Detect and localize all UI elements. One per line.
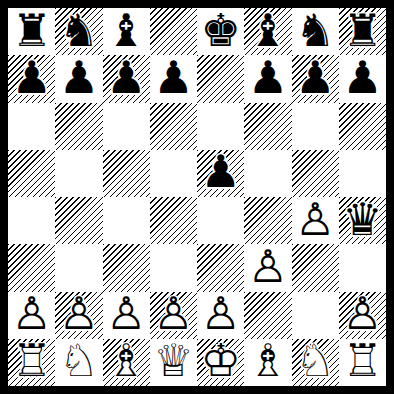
square-a4[interactable] <box>8 197 55 244</box>
square-c6[interactable] <box>103 103 150 150</box>
square-e7[interactable] <box>197 55 244 102</box>
square-c7[interactable] <box>103 55 150 102</box>
square-a2[interactable] <box>8 292 55 339</box>
square-e4[interactable] <box>197 197 244 244</box>
piece-black-rook[interactable] <box>339 8 386 55</box>
square-e1[interactable] <box>197 339 244 386</box>
square-f7[interactable] <box>244 55 291 102</box>
square-f1[interactable] <box>244 339 291 386</box>
square-a1[interactable] <box>8 339 55 386</box>
piece-black-king[interactable] <box>197 8 244 55</box>
piece-white-pawn[interactable] <box>55 292 102 339</box>
piece-white-rook[interactable] <box>8 339 55 386</box>
square-d7[interactable] <box>150 55 197 102</box>
square-g5[interactable] <box>292 150 339 197</box>
piece-black-pawn[interactable] <box>55 55 102 102</box>
piece-black-pawn[interactable] <box>339 55 386 102</box>
square-a6[interactable] <box>8 103 55 150</box>
square-b4[interactable] <box>55 197 102 244</box>
piece-white-knight[interactable] <box>55 339 102 386</box>
square-f8[interactable] <box>244 8 291 55</box>
piece-black-pawn[interactable] <box>244 55 291 102</box>
square-f5[interactable] <box>244 150 291 197</box>
square-a5[interactable] <box>8 150 55 197</box>
square-g6[interactable] <box>292 103 339 150</box>
square-h2[interactable] <box>339 292 386 339</box>
square-a3[interactable] <box>8 244 55 291</box>
piece-black-bishop[interactable] <box>103 8 150 55</box>
square-h1[interactable] <box>339 339 386 386</box>
square-h3[interactable] <box>339 244 386 291</box>
square-d5[interactable] <box>150 150 197 197</box>
square-b2[interactable] <box>55 292 102 339</box>
square-d2[interactable] <box>150 292 197 339</box>
piece-white-pawn[interactable] <box>292 197 339 244</box>
piece-white-knight[interactable] <box>292 339 339 386</box>
square-d8[interactable] <box>150 8 197 55</box>
piece-white-rook[interactable] <box>339 339 386 386</box>
square-f2[interactable] <box>244 292 291 339</box>
piece-black-pawn[interactable] <box>103 55 150 102</box>
square-h7[interactable] <box>339 55 386 102</box>
piece-white-pawn[interactable] <box>8 292 55 339</box>
chess-board <box>8 8 386 386</box>
square-d4[interactable] <box>150 197 197 244</box>
square-g4[interactable] <box>292 197 339 244</box>
square-c4[interactable] <box>103 197 150 244</box>
piece-black-pawn[interactable] <box>150 55 197 102</box>
square-e5[interactable] <box>197 150 244 197</box>
piece-black-queen[interactable] <box>339 197 386 244</box>
square-a7[interactable] <box>8 55 55 102</box>
piece-white-pawn[interactable] <box>103 292 150 339</box>
piece-white-king[interactable] <box>197 339 244 386</box>
square-g2[interactable] <box>292 292 339 339</box>
square-f4[interactable] <box>244 197 291 244</box>
square-g8[interactable] <box>292 8 339 55</box>
piece-black-pawn[interactable] <box>197 150 244 197</box>
piece-black-bishop[interactable] <box>244 8 291 55</box>
square-b5[interactable] <box>55 150 102 197</box>
square-e6[interactable] <box>197 103 244 150</box>
square-b7[interactable] <box>55 55 102 102</box>
square-c5[interactable] <box>103 150 150 197</box>
square-f6[interactable] <box>244 103 291 150</box>
square-b1[interactable] <box>55 339 102 386</box>
square-e2[interactable] <box>197 292 244 339</box>
square-c1[interactable] <box>103 339 150 386</box>
square-d1[interactable] <box>150 339 197 386</box>
piece-white-pawn[interactable] <box>150 292 197 339</box>
board-frame <box>0 0 394 394</box>
square-b8[interactable] <box>55 8 102 55</box>
square-b6[interactable] <box>55 103 102 150</box>
square-h8[interactable] <box>339 8 386 55</box>
piece-black-knight[interactable] <box>292 8 339 55</box>
square-b3[interactable] <box>55 244 102 291</box>
square-h4[interactable] <box>339 197 386 244</box>
square-h6[interactable] <box>339 103 386 150</box>
square-c3[interactable] <box>103 244 150 291</box>
piece-white-pawn[interactable] <box>339 292 386 339</box>
square-h5[interactable] <box>339 150 386 197</box>
square-c8[interactable] <box>103 8 150 55</box>
square-e3[interactable] <box>197 244 244 291</box>
piece-white-bishop[interactable] <box>103 339 150 386</box>
square-d3[interactable] <box>150 244 197 291</box>
square-d6[interactable] <box>150 103 197 150</box>
piece-black-knight[interactable] <box>55 8 102 55</box>
piece-black-pawn[interactable] <box>8 55 55 102</box>
piece-white-bishop[interactable] <box>244 339 291 386</box>
square-f3[interactable] <box>244 244 291 291</box>
piece-black-pawn[interactable] <box>292 55 339 102</box>
piece-black-rook[interactable] <box>8 8 55 55</box>
square-a8[interactable] <box>8 8 55 55</box>
square-c2[interactable] <box>103 292 150 339</box>
square-g7[interactable] <box>292 55 339 102</box>
piece-white-pawn[interactable] <box>244 244 291 291</box>
square-e8[interactable] <box>197 8 244 55</box>
square-g1[interactable] <box>292 339 339 386</box>
square-g3[interactable] <box>292 244 339 291</box>
piece-white-queen[interactable] <box>150 339 197 386</box>
piece-white-pawn[interactable] <box>197 292 244 339</box>
